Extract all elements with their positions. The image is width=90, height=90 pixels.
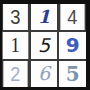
cell-r3c1[interactable]: 2 [3, 61, 27, 87]
sudoku-grid: 3 1 4 1 5 9 2 6 5 [2, 4, 86, 87]
cell-r2c3[interactable]: 9 [59, 32, 86, 58]
cell-r1c3[interactable]: 4 [61, 4, 85, 30]
cell-r1c1[interactable]: 3 [3, 4, 28, 30]
cell-r2c1[interactable]: 1 [3, 32, 28, 58]
board-frame: 3 1 4 1 5 9 2 6 5 [0, 0, 90, 90]
cell-r2c2[interactable]: 5 [31, 32, 58, 58]
cell-r1c2[interactable]: 1 [31, 4, 58, 30]
cell-r3c3[interactable]: 5 [59, 61, 86, 87]
cell-r3c2[interactable]: 6 [31, 61, 58, 87]
